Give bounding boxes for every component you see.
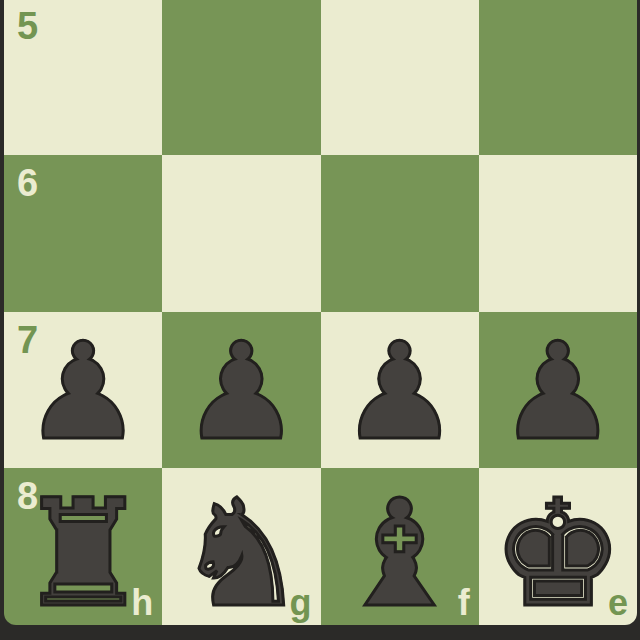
rank-label-6: 6 <box>17 164 38 202</box>
square-h8[interactable]: 8 ♜ h <box>4 468 162 625</box>
square-e7[interactable]: ♟ <box>479 312 637 469</box>
square-f5[interactable] <box>321 0 479 155</box>
file-label-e: e <box>608 585 628 621</box>
piece-black-bishop-f8[interactable]: ♝ <box>321 475 479 625</box>
square-e5[interactable] <box>479 0 637 155</box>
square-g8[interactable]: ♞ g <box>162 468 320 625</box>
rank-label-5: 5 <box>17 7 38 45</box>
chess-board: 5 6 7 ♟ ♟ ♟ ♟ 8 ♜ h ♞ <box>4 0 637 625</box>
app-background: 5 6 7 ♟ ♟ ♟ ♟ 8 ♜ h ♞ <box>0 0 640 640</box>
square-f8[interactable]: ♝ f <box>321 468 479 625</box>
square-f7[interactable]: ♟ <box>321 312 479 469</box>
square-g7[interactable]: ♟ <box>162 312 320 469</box>
square-g6[interactable] <box>162 155 320 312</box>
piece-black-pawn-e7[interactable]: ♟ <box>479 314 637 471</box>
file-label-f: f <box>458 585 470 621</box>
square-h5[interactable]: 5 <box>4 0 162 155</box>
file-label-h: h <box>131 585 153 621</box>
piece-black-pawn-f7[interactable]: ♟ <box>321 314 479 471</box>
rank-label-8: 8 <box>17 477 38 515</box>
square-g5[interactable] <box>162 0 320 155</box>
piece-black-pawn-g7[interactable]: ♟ <box>162 314 320 471</box>
square-f6[interactable] <box>321 155 479 312</box>
square-e6[interactable] <box>479 155 637 312</box>
square-e8[interactable]: ♚ e <box>479 468 637 625</box>
file-label-g: g <box>290 585 312 621</box>
square-h6[interactable]: 6 <box>4 155 162 312</box>
square-h7[interactable]: 7 ♟ <box>4 312 162 469</box>
rank-label-7: 7 <box>17 321 38 359</box>
